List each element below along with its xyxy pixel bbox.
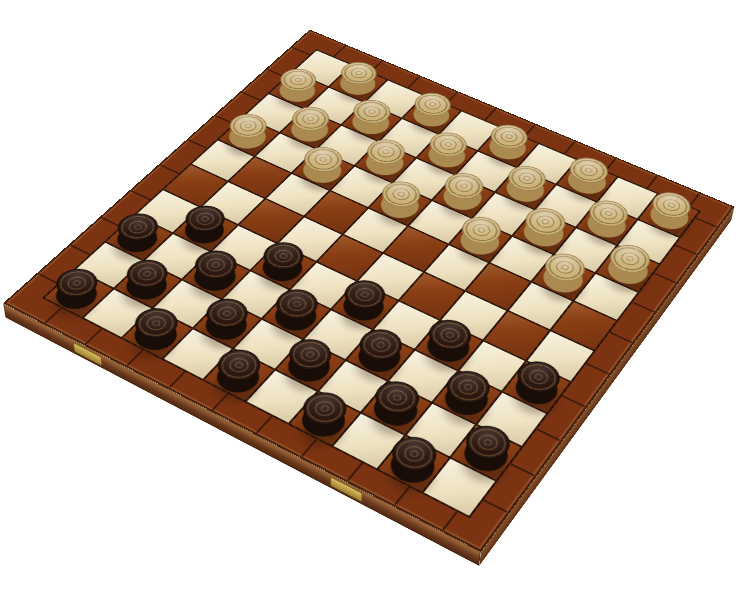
piece-dark[interactable] — [111, 219, 166, 256]
piece-light[interactable] — [644, 197, 695, 233]
piece-light[interactable] — [454, 222, 507, 259]
piece-light[interactable] — [601, 250, 654, 288]
piece-dark[interactable] — [119, 265, 176, 304]
board-grid — [42, 49, 701, 518]
page-background — [0, 0, 750, 610]
draughts-board — [3, 30, 734, 552]
square-r6c5[interactable] — [318, 235, 381, 279]
photo-scene — [0, 0, 750, 610]
